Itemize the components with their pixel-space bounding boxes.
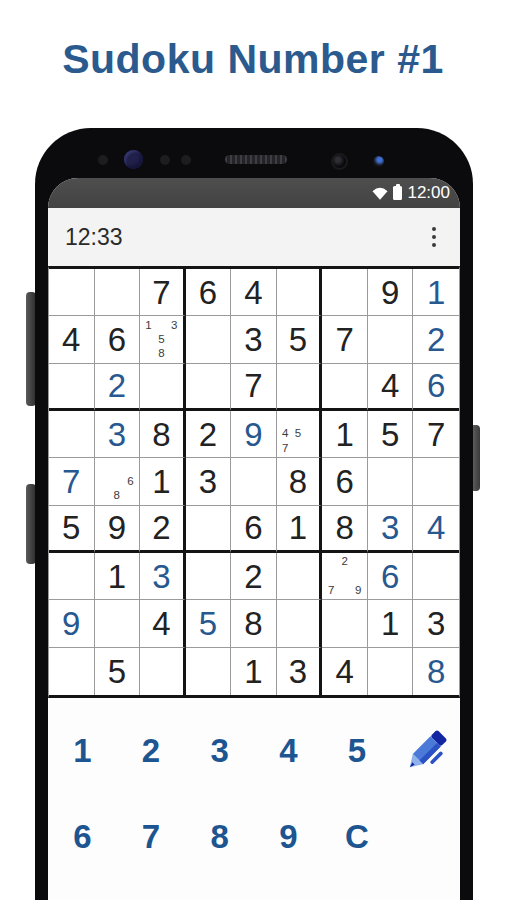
sudoku-cell-r6c5[interactable]: 6: [231, 506, 277, 553]
sudoku-cell-r7c2[interactable]: 1: [95, 553, 141, 600]
sudoku-cell-r6c1[interactable]: 5: [49, 506, 95, 553]
sudoku-cell-r7c3[interactable]: 3: [140, 553, 186, 600]
proximity-sensor-icon: [98, 155, 108, 165]
given-digit: 4: [62, 323, 80, 356]
sudoku-cell-r7c7[interactable]: 279: [322, 553, 368, 600]
battery-icon: [393, 186, 402, 200]
given-digit: 5: [381, 418, 399, 451]
sudoku-cell-r3c5[interactable]: 7: [231, 364, 277, 411]
key-1[interactable]: 1: [48, 708, 117, 794]
front-camera-icon: [331, 153, 348, 170]
sudoku-cell-r3c9[interactable]: 6: [413, 364, 459, 411]
status-bar: 12:00: [48, 178, 460, 208]
sudoku-cell-r5c3[interactable]: 1: [140, 458, 186, 505]
sudoku-cell-r5c6[interactable]: 8: [277, 458, 323, 505]
key-3[interactable]: 3: [185, 708, 254, 794]
key-8[interactable]: 8: [185, 794, 254, 880]
given-digit: 7: [335, 323, 353, 356]
sudoku-cell-r3c1[interactable]: [49, 364, 95, 411]
phone-frame: 12:00 12:33 7649146135835722746382945715…: [35, 128, 473, 900]
given-digit: 1: [289, 511, 307, 544]
given-digit: 8: [152, 418, 170, 451]
phone-screen: 12:00 12:33 7649146135835722746382945715…: [48, 178, 460, 900]
key-9[interactable]: 9: [254, 794, 323, 880]
sudoku-cell-r6c3[interactable]: 2: [140, 506, 186, 553]
sudoku-cell-r3c4[interactable]: [186, 364, 232, 411]
given-digit: 1: [381, 607, 399, 640]
given-digit: 5: [108, 655, 126, 688]
sudoku-cell-r1c8[interactable]: 9: [368, 269, 414, 316]
sudoku-cell-r8c8[interactable]: 1: [368, 600, 414, 647]
key-6[interactable]: 6: [48, 794, 117, 880]
sudoku-cell-r9c8[interactable]: [368, 648, 414, 695]
sudoku-cell-r3c8[interactable]: 4: [368, 364, 414, 411]
sudoku-cell-r3c3[interactable]: [140, 364, 186, 411]
sudoku-cell-r2c8[interactable]: [368, 316, 414, 363]
user-digit: 3: [152, 560, 170, 593]
given-digit: 7: [152, 276, 170, 309]
app-bar: 12:33: [48, 208, 460, 266]
given-digit: 7: [427, 418, 445, 451]
given-digit: 1: [108, 560, 126, 593]
sudoku-cell-r2c1[interactable]: 4: [49, 316, 95, 363]
sudoku-cell-r8c6[interactable]: [277, 600, 323, 647]
given-digit: 8: [244, 607, 262, 640]
sudoku-cell-r8c7[interactable]: [322, 600, 368, 647]
user-digit: 7: [62, 465, 80, 498]
sudoku-cell-r4c8[interactable]: 5: [368, 411, 414, 458]
page-title: Sudoku Number #1: [0, 36, 506, 83]
user-digit: 2: [108, 369, 126, 402]
key-7[interactable]: 7: [117, 794, 186, 880]
given-digit: 4: [335, 655, 353, 688]
clear-button[interactable]: C: [323, 794, 392, 880]
sudoku-cell-r7c4[interactable]: [186, 553, 232, 600]
sudoku-cell-r8c9[interactable]: 3: [413, 600, 459, 647]
given-digit: 7: [244, 369, 262, 402]
earpiece-speaker: [225, 155, 287, 164]
given-digit: 2: [244, 560, 262, 593]
pen-button[interactable]: [391, 708, 460, 794]
keypad-spacer: [391, 794, 460, 880]
sudoku-cell-r4c6[interactable]: 457: [277, 411, 323, 458]
sudoku-cell-r5c1[interactable]: 7: [49, 458, 95, 505]
pencil-marks: 457: [279, 413, 318, 455]
sudoku-cell-r2c6[interactable]: 5: [277, 316, 323, 363]
sudoku-cell-r4c4[interactable]: 2: [186, 411, 232, 458]
sudoku-cell-r6c9[interactable]: 4: [413, 506, 459, 553]
sudoku-cell-r2c2[interactable]: 6: [95, 316, 141, 363]
sudoku-cell-r2c7[interactable]: 7: [322, 316, 368, 363]
game-timer: 12:33: [65, 224, 123, 251]
sudoku-cell-r4c5[interactable]: 9: [231, 411, 277, 458]
sudoku-cell-r5c2[interactable]: 68: [95, 458, 141, 505]
sudoku-cell-r9c6[interactable]: 3: [277, 648, 323, 695]
given-digit: 8: [289, 465, 307, 498]
sudoku-cell-r5c8[interactable]: [368, 458, 414, 505]
sudoku-cell-r6c4[interactable]: [186, 506, 232, 553]
sudoku-cell-r7c1[interactable]: [49, 553, 95, 600]
iris-camera-icon: [124, 150, 143, 169]
given-digit: 2: [152, 511, 170, 544]
front-sensor-icon: [373, 156, 384, 167]
sudoku-cell-r2c9[interactable]: 2: [413, 316, 459, 363]
sudoku-cell-r5c4[interactable]: 3: [186, 458, 232, 505]
sudoku-cell-r9c4[interactable]: [186, 648, 232, 695]
pen-icon: [401, 726, 451, 776]
sudoku-cell-r2c5[interactable]: 3: [231, 316, 277, 363]
sudoku-cell-r5c7[interactable]: 6: [322, 458, 368, 505]
sudoku-cell-r1c6[interactable]: [277, 269, 323, 316]
sudoku-cell-r3c6[interactable]: [277, 364, 323, 411]
sudoku-cell-r8c1[interactable]: 9: [49, 600, 95, 647]
given-digit: 3: [289, 655, 307, 688]
sudoku-cell-r9c7[interactable]: 4: [322, 648, 368, 695]
keypad-row-2: 6789C: [48, 794, 460, 880]
sudoku-cell-r2c4[interactable]: [186, 316, 232, 363]
sudoku-cell-r1c5[interactable]: 4: [231, 269, 277, 316]
sudoku-cell-r8c3[interactable]: 4: [140, 600, 186, 647]
given-digit: 1: [335, 418, 353, 451]
user-digit: 3: [381, 511, 399, 544]
user-digit: 2: [427, 323, 445, 356]
given-digit: 3: [427, 607, 445, 640]
given-digit: 1: [244, 655, 262, 688]
sudoku-cell-r4c2[interactable]: 3: [95, 411, 141, 458]
sudoku-cell-r9c5[interactable]: 1: [231, 648, 277, 695]
sudoku-board: 7649146135835722746382945715776813865926…: [48, 266, 460, 698]
given-digit: 6: [199, 276, 217, 309]
key-2[interactable]: 2: [117, 708, 186, 794]
pencil-marks: 68: [97, 460, 138, 502]
given-digit: 3: [244, 323, 262, 356]
sudoku-cell-r1c4[interactable]: 6: [186, 269, 232, 316]
sudoku-cell-r1c9[interactable]: 1: [413, 269, 459, 316]
sudoku-cell-r7c5[interactable]: 2: [231, 553, 277, 600]
key-4[interactable]: 4: [254, 708, 323, 794]
given-digit: 4: [381, 369, 399, 402]
given-digit: 3: [199, 465, 217, 498]
sudoku-cell-r8c5[interactable]: 8: [231, 600, 277, 647]
sudoku-cell-r4c7[interactable]: 1: [322, 411, 368, 458]
given-digit: 6: [335, 465, 353, 498]
sudoku-cell-r5c5[interactable]: [231, 458, 277, 505]
key-5[interactable]: 5: [323, 708, 392, 794]
sudoku-cell-r1c3[interactable]: 7: [140, 269, 186, 316]
sudoku-cell-r6c8[interactable]: 3: [368, 506, 414, 553]
sudoku-cell-r1c2[interactable]: [95, 269, 141, 316]
user-digit: 6: [381, 560, 399, 593]
sudoku-cell-r1c1[interactable]: [49, 269, 95, 316]
given-digit: 8: [335, 511, 353, 544]
sudoku-cell-r3c2[interactable]: 2: [95, 364, 141, 411]
user-digit: 9: [244, 418, 262, 451]
given-digit: 6: [244, 511, 262, 544]
given-digit: 9: [108, 511, 126, 544]
sudoku-cell-r6c6[interactable]: 1: [277, 506, 323, 553]
sensor-dot-icon: [181, 155, 191, 165]
given-digit: 5: [289, 323, 307, 356]
sudoku-cell-r7c6[interactable]: [277, 553, 323, 600]
keypad-row-1: 12345: [48, 708, 460, 794]
sudoku-cell-r9c9[interactable]: 8: [413, 648, 459, 695]
user-digit: 1: [427, 276, 445, 309]
sudoku-cell-r8c2[interactable]: [95, 600, 141, 647]
user-digit: 6: [427, 369, 445, 402]
given-digit: 9: [381, 276, 399, 309]
user-digit: 8: [427, 655, 445, 688]
user-digit: 4: [427, 511, 445, 544]
given-digit: 4: [152, 607, 170, 640]
sudoku-cell-r4c1[interactable]: [49, 411, 95, 458]
sudoku-cell-r5c9[interactable]: [413, 458, 459, 505]
sudoku-cell-r4c3[interactable]: 8: [140, 411, 186, 458]
sudoku-cell-r4c9[interactable]: 7: [413, 411, 459, 458]
pencil-marks: 1358: [142, 318, 181, 360]
sudoku-cell-r3c7[interactable]: [322, 364, 368, 411]
user-digit: 9: [62, 607, 80, 640]
keypad: 12345 6789C: [48, 698, 460, 900]
sudoku-cell-r1c7[interactable]: [322, 269, 368, 316]
overflow-menu-icon[interactable]: [428, 221, 441, 254]
sudoku-cell-r9c1[interactable]: [49, 648, 95, 695]
user-digit: 5: [199, 607, 217, 640]
given-digit: 5: [62, 511, 80, 544]
user-digit: 3: [108, 418, 126, 451]
given-digit: 2: [199, 418, 217, 451]
sudoku-cell-r9c3[interactable]: [140, 648, 186, 695]
pencil-marks: 279: [324, 555, 365, 597]
sudoku-cell-r7c9[interactable]: [413, 553, 459, 600]
given-digit: 4: [244, 276, 262, 309]
status-clock: 12:00: [407, 183, 450, 203]
wifi-icon: [372, 187, 388, 200]
given-digit: 1: [152, 465, 170, 498]
sudoku-cell-r7c8[interactable]: 6: [368, 553, 414, 600]
sudoku-cell-r9c2[interactable]: 5: [95, 648, 141, 695]
given-digit: 6: [108, 323, 126, 356]
sudoku-cell-r6c2[interactable]: 9: [95, 506, 141, 553]
sensor-dot-icon: [160, 155, 170, 165]
sudoku-cell-r6c7[interactable]: 8: [322, 506, 368, 553]
sudoku-cell-r8c4[interactable]: 5: [186, 600, 232, 647]
sudoku-cell-r2c3[interactable]: 1358: [140, 316, 186, 363]
